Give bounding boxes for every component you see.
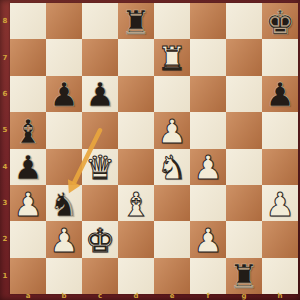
square-h3[interactable]: ♟	[262, 185, 298, 221]
square-d1[interactable]	[118, 258, 154, 294]
rank-label-2: 2	[0, 221, 10, 257]
square-a6[interactable]	[10, 76, 46, 112]
square-b7[interactable]	[46, 39, 82, 75]
square-b4[interactable]	[46, 149, 82, 185]
square-e2[interactable]	[154, 221, 190, 257]
file-label-f: f	[190, 292, 226, 300]
square-h8[interactable]: ♚	[262, 3, 298, 39]
chess-board-frame: 87654321 ♜♚♜♟♟♟♝♟♟♛♞♟♟♞♝♟♟♚♟♜ abcdefgh	[0, 0, 300, 300]
square-h5[interactable]	[262, 112, 298, 148]
piece-white-pawn[interactable]: ♟	[265, 188, 295, 221]
file-label-b: b	[46, 292, 82, 300]
square-f5[interactable]	[190, 112, 226, 148]
square-b1[interactable]	[46, 258, 82, 294]
piece-white-queen[interactable]: ♛	[85, 151, 115, 184]
rank-label-1: 1	[0, 258, 10, 294]
square-d4[interactable]	[118, 149, 154, 185]
square-e4[interactable]: ♞	[154, 149, 190, 185]
piece-white-bishop[interactable]: ♝	[121, 188, 151, 221]
square-g3[interactable]	[226, 185, 262, 221]
piece-black-pawn[interactable]: ♟	[13, 151, 43, 184]
rank-label-4: 4	[0, 149, 10, 185]
rank-label-5: 5	[0, 112, 10, 148]
piece-white-pawn[interactable]: ♟	[193, 151, 223, 184]
square-a2[interactable]	[10, 221, 46, 257]
piece-black-pawn[interactable]: ♟	[49, 78, 79, 111]
piece-black-king[interactable]: ♚	[265, 6, 295, 39]
file-label-a: a	[10, 292, 46, 300]
square-g6[interactable]	[226, 76, 262, 112]
rank-label-7: 7	[0, 39, 10, 75]
square-f8[interactable]	[190, 3, 226, 39]
square-f1[interactable]	[190, 258, 226, 294]
file-label-d: d	[118, 292, 154, 300]
square-b3[interactable]: ♞	[46, 185, 82, 221]
square-f3[interactable]	[190, 185, 226, 221]
square-g5[interactable]	[226, 112, 262, 148]
square-g8[interactable]	[226, 3, 262, 39]
square-h6[interactable]: ♟	[262, 76, 298, 112]
file-label-h: h	[262, 292, 298, 300]
square-b5[interactable]	[46, 112, 82, 148]
square-h7[interactable]	[262, 39, 298, 75]
square-f2[interactable]: ♟	[190, 221, 226, 257]
square-a7[interactable]	[10, 39, 46, 75]
square-a4[interactable]: ♟	[10, 149, 46, 185]
square-b2[interactable]: ♟	[46, 221, 82, 257]
piece-white-rook[interactable]: ♜	[157, 42, 187, 75]
square-a8[interactable]	[10, 3, 46, 39]
square-c2[interactable]: ♚	[82, 221, 118, 257]
square-e1[interactable]	[154, 258, 190, 294]
file-label-c: c	[82, 292, 118, 300]
square-c6[interactable]: ♟	[82, 76, 118, 112]
square-c5[interactable]	[82, 112, 118, 148]
square-a5[interactable]: ♝	[10, 112, 46, 148]
piece-white-knight[interactable]: ♞	[157, 151, 187, 184]
file-label-g: g	[226, 292, 262, 300]
square-f7[interactable]	[190, 39, 226, 75]
square-a1[interactable]	[10, 258, 46, 294]
piece-white-king[interactable]: ♚	[85, 224, 115, 257]
piece-black-rook[interactable]: ♜	[229, 260, 259, 293]
square-c1[interactable]	[82, 258, 118, 294]
file-label-e: e	[154, 292, 190, 300]
square-g7[interactable]	[226, 39, 262, 75]
piece-black-pawn[interactable]: ♟	[265, 78, 295, 111]
square-h2[interactable]	[262, 221, 298, 257]
piece-black-knight[interactable]: ♞	[49, 188, 79, 221]
square-b6[interactable]: ♟	[46, 76, 82, 112]
square-f6[interactable]	[190, 76, 226, 112]
square-g4[interactable]	[226, 149, 262, 185]
square-d3[interactable]: ♝	[118, 185, 154, 221]
rank-label-6: 6	[0, 76, 10, 112]
piece-black-pawn[interactable]: ♟	[85, 78, 115, 111]
square-a3[interactable]: ♟	[10, 185, 46, 221]
piece-white-pawn[interactable]: ♟	[49, 224, 79, 257]
square-e8[interactable]	[154, 3, 190, 39]
square-d8[interactable]: ♜	[118, 3, 154, 39]
square-d5[interactable]	[118, 112, 154, 148]
piece-black-bishop[interactable]: ♝	[13, 115, 43, 148]
square-g1[interactable]: ♜	[226, 258, 262, 294]
square-c4[interactable]: ♛	[82, 149, 118, 185]
square-c3[interactable]	[82, 185, 118, 221]
square-d6[interactable]	[118, 76, 154, 112]
square-e5[interactable]: ♟	[154, 112, 190, 148]
piece-white-pawn[interactable]: ♟	[13, 188, 43, 221]
piece-white-pawn[interactable]: ♟	[193, 224, 223, 257]
rank-label-8: 8	[0, 3, 10, 39]
square-d2[interactable]	[118, 221, 154, 257]
square-b8[interactable]	[46, 3, 82, 39]
rank-label-3: 3	[0, 185, 10, 221]
square-c7[interactable]	[82, 39, 118, 75]
chess-board[interactable]: ♜♚♜♟♟♟♝♟♟♛♞♟♟♞♝♟♟♚♟♜	[10, 3, 298, 294]
square-h1[interactable]	[262, 258, 298, 294]
piece-black-rook[interactable]: ♜	[121, 6, 151, 39]
rank-labels: 87654321	[0, 3, 10, 294]
square-e7[interactable]: ♜	[154, 39, 190, 75]
square-g2[interactable]	[226, 221, 262, 257]
square-d7[interactable]	[118, 39, 154, 75]
square-c8[interactable]	[82, 3, 118, 39]
file-labels: abcdefgh	[10, 292, 298, 300]
square-e3[interactable]	[154, 185, 190, 221]
square-f4[interactable]: ♟	[190, 149, 226, 185]
square-h4[interactable]	[262, 149, 298, 185]
piece-white-pawn[interactable]: ♟	[157, 115, 187, 148]
square-e6[interactable]	[154, 76, 190, 112]
